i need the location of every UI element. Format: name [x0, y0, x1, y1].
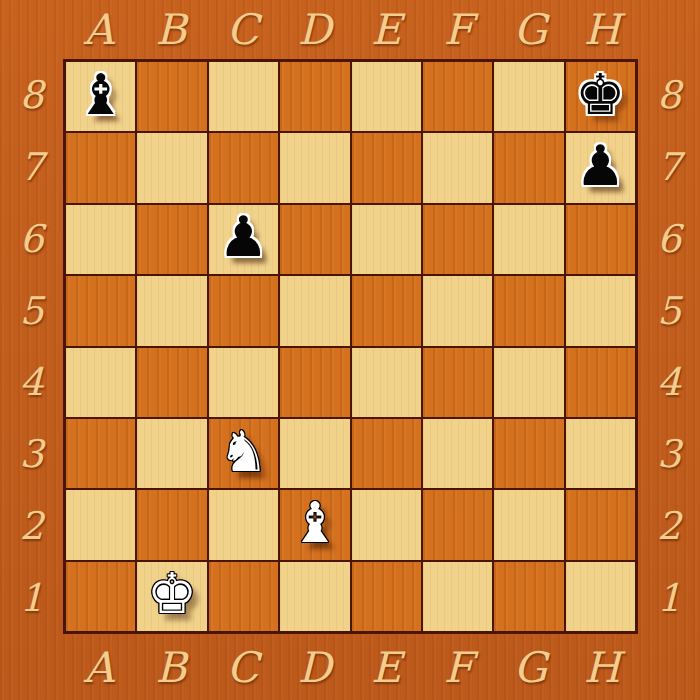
white-bishop[interactable]: ♝	[290, 495, 340, 551]
square-f4[interactable]	[423, 348, 492, 417]
square-c7[interactable]	[209, 133, 278, 202]
square-g7[interactable]	[494, 133, 563, 202]
rank-label-5: 5	[638, 275, 700, 347]
square-d8[interactable]	[280, 62, 349, 131]
square-a4[interactable]	[66, 348, 135, 417]
square-e7[interactable]	[352, 133, 421, 202]
square-a3[interactable]	[66, 419, 135, 488]
rank-label-6: 6	[0, 203, 63, 275]
square-g2[interactable]	[494, 490, 563, 559]
rank-label-7: 7	[638, 131, 700, 203]
black-pawn[interactable]: ♟	[218, 209, 268, 265]
square-e1[interactable]	[352, 562, 421, 631]
square-e8[interactable]	[352, 62, 421, 131]
square-b8[interactable]	[137, 62, 206, 131]
rank-label-1: 1	[0, 562, 63, 634]
black-king[interactable]: ♚	[575, 67, 625, 123]
square-a5[interactable]	[66, 276, 135, 345]
square-d1[interactable]	[280, 562, 349, 631]
square-h7[interactable]: ♟	[566, 133, 635, 202]
square-e2[interactable]	[352, 490, 421, 559]
square-g4[interactable]	[494, 348, 563, 417]
file-label-d: D	[279, 634, 351, 700]
square-h2[interactable]	[566, 490, 635, 559]
file-label-h: H	[566, 0, 638, 59]
square-a2[interactable]	[66, 490, 135, 559]
rank-label-7: 7	[0, 131, 63, 203]
square-c8[interactable]	[209, 62, 278, 131]
square-g6[interactable]	[494, 205, 563, 274]
file-label-b: B	[135, 634, 207, 700]
square-a6[interactable]	[66, 205, 135, 274]
square-f5[interactable]	[423, 276, 492, 345]
square-b4[interactable]	[137, 348, 206, 417]
square-d5[interactable]	[280, 276, 349, 345]
square-a1[interactable]	[66, 562, 135, 631]
square-f8[interactable]	[423, 62, 492, 131]
square-d6[interactable]	[280, 205, 349, 274]
rank-label-1: 1	[638, 562, 700, 634]
rank-label-2: 2	[0, 490, 63, 562]
file-label-a: A	[63, 634, 135, 700]
square-b1[interactable]: ♚	[137, 562, 206, 631]
square-g1[interactable]	[494, 562, 563, 631]
chess-board-frame: ABCDEFGH 87654321 ♝♚♟♟♞♝♚ 87654321 ABCDE…	[0, 0, 700, 700]
black-pawn[interactable]: ♟	[575, 138, 625, 194]
square-g3[interactable]	[494, 419, 563, 488]
square-h6[interactable]	[566, 205, 635, 274]
rank-label-8: 8	[0, 59, 63, 131]
file-label-e: E	[351, 634, 423, 700]
rank-label-3: 3	[638, 418, 700, 490]
rank-label-2: 2	[638, 490, 700, 562]
square-d7[interactable]	[280, 133, 349, 202]
rank-label-3: 3	[0, 418, 63, 490]
square-b5[interactable]	[137, 276, 206, 345]
rank-label-5: 5	[0, 275, 63, 347]
file-label-f: F	[422, 0, 494, 59]
square-c3[interactable]: ♞	[209, 419, 278, 488]
square-e3[interactable]	[352, 419, 421, 488]
rank-labels-left: 87654321	[0, 59, 63, 634]
square-b6[interactable]	[137, 205, 206, 274]
file-label-h: H	[566, 634, 638, 700]
square-h3[interactable]	[566, 419, 635, 488]
file-label-d: D	[279, 0, 351, 59]
square-d4[interactable]	[280, 348, 349, 417]
square-f2[interactable]	[423, 490, 492, 559]
square-f3[interactable]	[423, 419, 492, 488]
square-e4[interactable]	[352, 348, 421, 417]
square-h5[interactable]	[566, 276, 635, 345]
square-c6[interactable]: ♟	[209, 205, 278, 274]
file-labels-top: ABCDEFGH	[63, 0, 638, 59]
square-a7[interactable]	[66, 133, 135, 202]
square-f7[interactable]	[423, 133, 492, 202]
square-d2[interactable]: ♝	[280, 490, 349, 559]
file-labels-bottom: ABCDEFGH	[63, 634, 638, 700]
rank-labels-right: 87654321	[638, 59, 700, 634]
white-king[interactable]: ♚	[147, 566, 197, 622]
square-e6[interactable]	[352, 205, 421, 274]
square-c5[interactable]	[209, 276, 278, 345]
square-a8[interactable]: ♝	[66, 62, 135, 131]
square-g5[interactable]	[494, 276, 563, 345]
square-f6[interactable]	[423, 205, 492, 274]
square-c4[interactable]	[209, 348, 278, 417]
square-e5[interactable]	[352, 276, 421, 345]
file-label-c: C	[207, 0, 279, 59]
file-label-a: A	[63, 0, 135, 59]
square-b3[interactable]	[137, 419, 206, 488]
file-label-g: G	[494, 0, 566, 59]
rank-label-4: 4	[638, 347, 700, 419]
file-label-f: F	[422, 634, 494, 700]
square-b7[interactable]	[137, 133, 206, 202]
rank-label-8: 8	[638, 59, 700, 131]
rank-label-4: 4	[0, 347, 63, 419]
chess-board: ♝♚♟♟♞♝♚	[63, 59, 638, 634]
square-d3[interactable]	[280, 419, 349, 488]
square-h1[interactable]	[566, 562, 635, 631]
file-label-b: B	[135, 0, 207, 59]
white-knight[interactable]: ♞	[218, 424, 268, 480]
square-c2[interactable]	[209, 490, 278, 559]
rank-label-6: 6	[638, 203, 700, 275]
file-label-c: C	[207, 634, 279, 700]
square-g8[interactable]	[494, 62, 563, 131]
square-f1[interactable]	[423, 562, 492, 631]
black-bishop[interactable]: ♝	[76, 67, 126, 123]
file-label-g: G	[494, 634, 566, 700]
square-h4[interactable]	[566, 348, 635, 417]
square-c1[interactable]	[209, 562, 278, 631]
square-h8[interactable]: ♚	[566, 62, 635, 131]
file-label-e: E	[351, 0, 423, 59]
square-b2[interactable]	[137, 490, 206, 559]
